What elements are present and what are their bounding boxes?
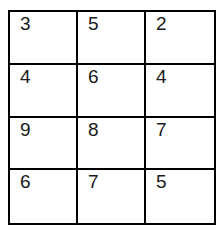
cell-r2c2: 6 [78, 65, 146, 118]
cell-r2c1: 4 [10, 65, 78, 118]
cell-r3c1: 9 [10, 118, 78, 171]
cell-r1c1: 3 [10, 12, 78, 65]
cell-r1c3: 2 [146, 12, 214, 65]
number-grid: 3 5 2 4 6 4 9 8 7 6 7 5 [8, 10, 216, 225]
cell-r4c1: 6 [10, 170, 78, 223]
cell-r3c2: 8 [78, 118, 146, 171]
cell-r3c3: 7 [146, 118, 214, 171]
cell-r4c3: 5 [146, 170, 214, 223]
puzzle-stage: 3 5 2 4 6 4 9 8 7 6 7 5 [0, 0, 224, 232]
cell-r1c2: 5 [78, 12, 146, 65]
cell-r2c3: 4 [146, 65, 214, 118]
cell-r4c2: 7 [78, 170, 146, 223]
